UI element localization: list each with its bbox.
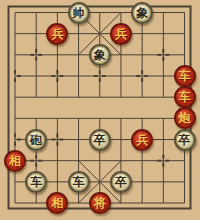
piece-red-soldier[interactable]: 兵 (110, 23, 132, 45)
piece-red-elephant[interactable]: 相 (4, 150, 26, 172)
piece-character: 将 (91, 194, 109, 212)
piece-character: 砲 (27, 131, 45, 149)
piece-red-soldier[interactable]: 兵 (46, 23, 68, 45)
piece-character: 车 (70, 173, 88, 191)
piece-character: 相 (48, 194, 66, 212)
piece-tan-cannon[interactable]: 砲 (25, 129, 47, 151)
piece-character: 炮 (176, 109, 194, 127)
piece-tan-elephant[interactable]: 象 (131, 2, 153, 24)
piece-red-cannon[interactable]: 炮 (174, 107, 196, 129)
piece-tan-elephant[interactable]: 象 (89, 44, 111, 66)
piece-character: 兵 (48, 25, 66, 43)
piece-red-soldier[interactable]: 兵 (131, 129, 153, 151)
piece-red-general[interactable]: 将 (89, 192, 111, 214)
piece-character: 卒 (112, 173, 130, 191)
piece-red-chariot[interactable]: 车 (174, 86, 196, 108)
piece-red-chariot[interactable]: 车 (174, 65, 196, 87)
piece-tan-soldier[interactable]: 卒 (89, 129, 111, 151)
piece-character: 相 (6, 152, 24, 170)
piece-character: 车 (27, 173, 45, 191)
piece-character: 象 (133, 4, 151, 22)
xiangqi-board[interactable]: 帅象兵兵象车车炮砲卒兵卒相车车卒相将 (0, 0, 200, 220)
piece-red-elephant[interactable]: 相 (46, 192, 68, 214)
piece-character: 兵 (112, 25, 130, 43)
piece-character: 车 (176, 88, 194, 106)
piece-character: 象 (91, 46, 109, 64)
piece-tan-chariot[interactable]: 车 (25, 171, 47, 193)
piece-tan-soldier[interactable]: 卒 (110, 171, 132, 193)
piece-character: 帅 (70, 4, 88, 22)
piece-character: 车 (176, 67, 194, 85)
piece-tan-chariot[interactable]: 车 (68, 171, 90, 193)
piece-character: 卒 (176, 131, 194, 149)
piece-tan-soldier[interactable]: 卒 (174, 129, 196, 151)
pieces-layer: 帅象兵兵象车车炮砲卒兵卒相车车卒相将 (0, 0, 200, 220)
piece-character: 兵 (133, 131, 151, 149)
piece-character: 卒 (91, 131, 109, 149)
piece-tan-general[interactable]: 帅 (68, 2, 90, 24)
